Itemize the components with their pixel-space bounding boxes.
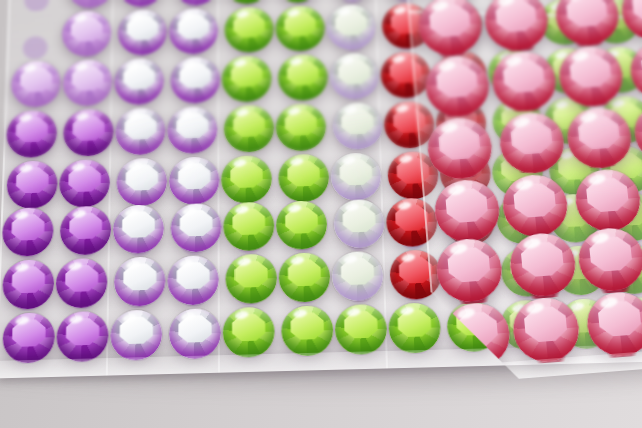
pink-rhinestone (576, 225, 642, 292)
silver-rhinestone (113, 204, 164, 254)
purple-rhinestone (2, 207, 54, 257)
purple-rhinestone (63, 108, 114, 156)
silver-rhinestone (116, 157, 167, 206)
green-rhinestone (335, 303, 388, 354)
silver-rhinestone (169, 308, 221, 359)
pink-rhinestone (510, 295, 581, 364)
green-rhinestone (225, 6, 274, 52)
pink-rhinestone (483, 0, 551, 52)
green-rhinestone (278, 252, 330, 302)
pink-rhinestone (556, 44, 625, 108)
silver-rhinestone (172, 0, 221, 5)
green-rhinestone (223, 201, 274, 251)
lilac-rhinestone (62, 10, 112, 56)
green-rhinestone (281, 305, 334, 356)
green-rhinestone (388, 302, 441, 353)
silver-rhinestone (114, 57, 164, 104)
pink-rhinestone (619, 0, 642, 42)
green-rhinestone (222, 55, 272, 102)
pink-rhinestone (497, 110, 566, 175)
clear-rhinestone (332, 102, 383, 150)
silver-rhinestone (110, 309, 162, 360)
pink-rhinestone (584, 290, 642, 358)
silver-rhinestone (115, 107, 165, 155)
green-rhinestone (276, 103, 327, 151)
purple-rhinestone (59, 159, 110, 208)
purple-rhinestone (55, 257, 107, 308)
pink-rhinestone (553, 0, 622, 47)
clear-rhinestone (331, 251, 383, 301)
lilac-rhinestone (11, 60, 62, 107)
pink-rhinestone (425, 115, 494, 180)
pink-rhinestone (432, 177, 501, 243)
lilac-rhinestone (62, 59, 112, 106)
green-rhinestone (222, 0, 271, 4)
clear-rhinestone (328, 0, 378, 1)
silver-rhinestone (167, 106, 217, 154)
purple-rhinestone (2, 259, 55, 310)
silver-rhinestone (116, 0, 165, 6)
pink-rhinestone (573, 167, 642, 233)
silver-rhinestone (169, 156, 220, 205)
pink-rhinestone (434, 236, 504, 303)
green-rhinestone (273, 0, 322, 3)
clear-rhinestone (326, 4, 376, 50)
purple-rhinestone (6, 160, 58, 209)
clear-rhinestone (329, 52, 380, 99)
pink-rhinestone (628, 39, 642, 103)
silver-rhinestone (170, 56, 220, 103)
purple-rhinestone (6, 110, 57, 158)
silver-rhinestone (171, 203, 222, 253)
pink-rhinestone (564, 105, 634, 170)
green-rhinestone (276, 200, 328, 250)
pink-rhinestone (417, 0, 485, 57)
pink-rhinestone (490, 49, 559, 113)
silver-rhinestone (169, 7, 218, 53)
green-rhinestone (221, 155, 272, 204)
silver-rhinestone (118, 9, 168, 55)
green-rhinestone (226, 253, 278, 303)
green-rhinestone (224, 104, 274, 152)
purple-rhinestone (56, 310, 109, 361)
pink-rhinestone (631, 100, 642, 165)
green-rhinestone (278, 153, 329, 202)
clear-rhinestone (330, 152, 382, 201)
pink-rhinestone (500, 172, 570, 238)
pink-rhinestone (423, 54, 491, 118)
pink-rhinestone (508, 231, 579, 298)
silver-rhinestone (114, 256, 166, 306)
clear-rhinestone (333, 198, 385, 248)
green-rhinestone (223, 306, 275, 357)
green-rhinestone (275, 5, 325, 51)
purple-rhinestone (2, 312, 55, 363)
green-rhinestone (278, 53, 328, 100)
silver-rhinestone (167, 255, 218, 305)
lilac-rhinestone (66, 0, 116, 8)
photo-rhinestone-sticker-sheets (0, 0, 642, 428)
purple-rhinestone (60, 205, 112, 255)
